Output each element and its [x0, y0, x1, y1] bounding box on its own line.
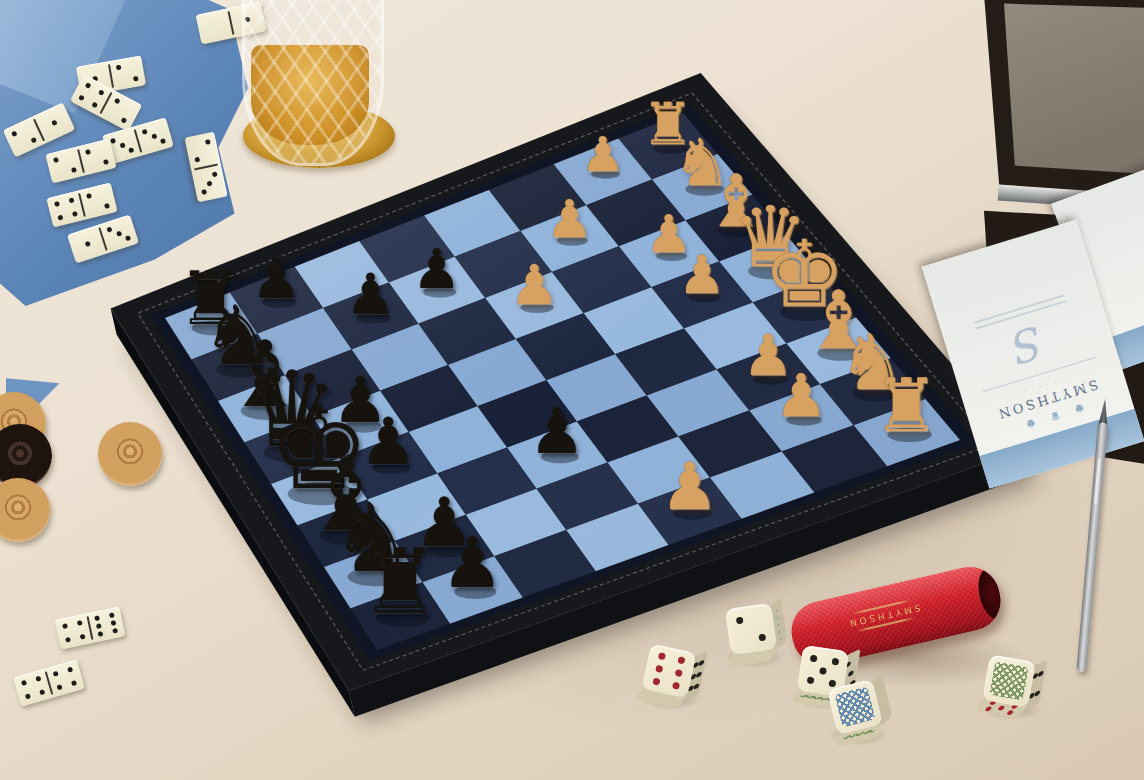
white-rook-h1[interactable]: ♜: [873, 368, 939, 442]
black-rook-h8[interactable]: ♜: [360, 537, 441, 627]
cut-crystal-facets: [245, 0, 381, 163]
tabletop-scene: ♜♞♝♛♚♝♞♜♟♟♟♟♟♟♟♟♜♞♝♛♚♝♞♜♟♟♟♟♟♟♟♟ ♚ ♛ ♚ S…: [0, 0, 1144, 780]
white-pawn-b3[interactable]: ♟: [546, 193, 593, 245]
pen-barrel: [1076, 422, 1108, 672]
black-pawn-b5[interactable]: ♟: [412, 242, 461, 297]
die[interactable]: [642, 644, 697, 699]
die[interactable]: [725, 603, 777, 655]
die[interactable]: [827, 679, 883, 735]
die[interactable]: [982, 654, 1035, 707]
tan-backgammon-checker[interactable]: [98, 422, 162, 486]
white-pawn-c4[interactable]: ♟: [509, 257, 558, 312]
black-pawn-f5[interactable]: ♟: [529, 400, 585, 463]
white-pawn-h4[interactable]: ♟: [660, 454, 718, 519]
white-pawn-d2[interactable]: ♟: [678, 248, 726, 301]
black-pawn-h7[interactable]: ♟: [441, 528, 504, 598]
white-pawn-a2[interactable]: ♟: [581, 130, 624, 178]
whisky-glass[interactable]: [242, 0, 384, 166]
black-pawn-b6[interactable]: ♟: [345, 266, 396, 323]
games-box-lid-lining: [1004, 0, 1144, 180]
white-pawn-g2[interactable]: ♟: [775, 366, 828, 425]
